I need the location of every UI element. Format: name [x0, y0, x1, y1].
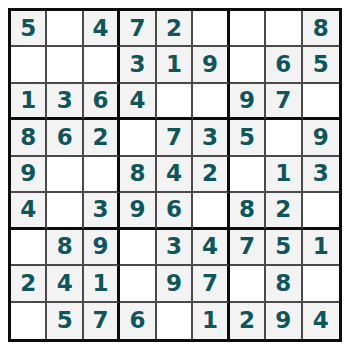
sudoku-cell-r6c9[interactable] [303, 193, 339, 229]
sudoku-cell-r8c9[interactable] [303, 266, 339, 302]
sudoku-cell-r2c9[interactable]: 5 [303, 47, 339, 83]
sudoku-cell-r7c7[interactable]: 7 [230, 230, 266, 266]
sudoku-cell-r6c2[interactable] [47, 193, 83, 229]
sudoku-cell-r2c5[interactable]: 1 [157, 47, 193, 83]
sudoku-cell-r9c2[interactable]: 5 [47, 303, 83, 339]
sudoku-cell-r9c6[interactable]: 1 [193, 303, 229, 339]
sudoku-cell-r2c3[interactable] [84, 47, 120, 83]
sudoku-cell-r3c1[interactable]: 1 [11, 84, 47, 120]
sudoku-cell-r9c4[interactable]: 6 [120, 303, 156, 339]
sudoku-cell-r1c9[interactable]: 8 [303, 11, 339, 47]
sudoku-cell-r9c5[interactable] [157, 303, 193, 339]
sudoku-cell-r3c7[interactable]: 9 [230, 84, 266, 120]
sudoku-cell-r5c4[interactable]: 8 [120, 157, 156, 193]
sudoku-cell-r7c1[interactable] [11, 230, 47, 266]
sudoku-cell-r9c7[interactable]: 2 [230, 303, 266, 339]
sudoku-cell-r5c7[interactable] [230, 157, 266, 193]
sudoku-cell-r4c9[interactable]: 9 [303, 120, 339, 156]
sudoku-cell-r4c1[interactable]: 8 [11, 120, 47, 156]
sudoku-page: 5472831965136497862735998421343968289347… [0, 0, 350, 350]
sudoku-cell-r1c5[interactable]: 2 [157, 11, 193, 47]
sudoku-cell-r1c6[interactable] [193, 11, 229, 47]
sudoku-cell-r4c6[interactable]: 3 [193, 120, 229, 156]
sudoku-cell-r7c8[interactable]: 5 [266, 230, 302, 266]
sudoku-cell-r9c1[interactable] [11, 303, 47, 339]
sudoku-cell-r2c2[interactable] [47, 47, 83, 83]
sudoku-cell-r7c2[interactable]: 8 [47, 230, 83, 266]
sudoku-cell-r7c9[interactable]: 1 [303, 230, 339, 266]
sudoku-cell-r1c7[interactable] [230, 11, 266, 47]
sudoku-cell-r9c9[interactable]: 4 [303, 303, 339, 339]
sudoku-cell-r2c4[interactable]: 3 [120, 47, 156, 83]
sudoku-cell-r6c5[interactable]: 6 [157, 193, 193, 229]
sudoku-cell-r4c2[interactable]: 6 [47, 120, 83, 156]
sudoku-cell-r9c8[interactable]: 9 [266, 303, 302, 339]
sudoku-cell-r4c8[interactable] [266, 120, 302, 156]
sudoku-cell-r6c7[interactable]: 8 [230, 193, 266, 229]
sudoku-cell-r5c2[interactable] [47, 157, 83, 193]
sudoku-cell-r1c2[interactable] [47, 11, 83, 47]
sudoku-cell-r7c6[interactable]: 4 [193, 230, 229, 266]
sudoku-cell-r5c8[interactable]: 1 [266, 157, 302, 193]
sudoku-cell-r7c4[interactable] [120, 230, 156, 266]
sudoku-cell-r1c3[interactable]: 4 [84, 11, 120, 47]
sudoku-cell-r6c3[interactable]: 3 [84, 193, 120, 229]
sudoku-cell-r4c5[interactable]: 7 [157, 120, 193, 156]
sudoku-cell-r2c8[interactable]: 6 [266, 47, 302, 83]
sudoku-cell-r8c4[interactable] [120, 266, 156, 302]
sudoku-cell-r5c1[interactable]: 9 [11, 157, 47, 193]
sudoku-cell-r5c5[interactable]: 4 [157, 157, 193, 193]
sudoku-cell-r8c7[interactable] [230, 266, 266, 302]
sudoku-cell-r3c4[interactable]: 4 [120, 84, 156, 120]
sudoku-cell-r6c1[interactable]: 4 [11, 193, 47, 229]
sudoku-cell-r4c7[interactable]: 5 [230, 120, 266, 156]
sudoku-cell-r8c8[interactable]: 8 [266, 266, 302, 302]
sudoku-cell-r1c8[interactable] [266, 11, 302, 47]
sudoku-cell-r8c2[interactable]: 4 [47, 266, 83, 302]
sudoku-cell-r4c3[interactable]: 2 [84, 120, 120, 156]
sudoku-cell-r1c1[interactable]: 5 [11, 11, 47, 47]
sudoku-cell-r8c6[interactable]: 7 [193, 266, 229, 302]
sudoku-cell-r7c5[interactable]: 3 [157, 230, 193, 266]
sudoku-cell-r8c1[interactable]: 2 [11, 266, 47, 302]
sudoku-cell-r3c8[interactable]: 7 [266, 84, 302, 120]
sudoku-cell-r2c1[interactable] [11, 47, 47, 83]
sudoku-board: 5472831965136497862735998421343968289347… [8, 8, 342, 342]
sudoku-cell-r6c6[interactable] [193, 193, 229, 229]
sudoku-cell-r3c5[interactable] [157, 84, 193, 120]
sudoku-cell-r3c9[interactable] [303, 84, 339, 120]
sudoku-cell-r6c8[interactable]: 2 [266, 193, 302, 229]
sudoku-cell-r7c3[interactable]: 9 [84, 230, 120, 266]
sudoku-cell-r3c2[interactable]: 3 [47, 84, 83, 120]
sudoku-cell-r5c9[interactable]: 3 [303, 157, 339, 193]
sudoku-cell-r5c3[interactable] [84, 157, 120, 193]
sudoku-cell-r4c4[interactable] [120, 120, 156, 156]
sudoku-cell-r2c7[interactable] [230, 47, 266, 83]
sudoku-cell-r3c3[interactable]: 6 [84, 84, 120, 120]
sudoku-cell-r8c3[interactable]: 1 [84, 266, 120, 302]
sudoku-cell-r6c4[interactable]: 9 [120, 193, 156, 229]
sudoku-cell-r9c3[interactable]: 7 [84, 303, 120, 339]
sudoku-cell-r2c6[interactable]: 9 [193, 47, 229, 83]
sudoku-cell-r3c6[interactable] [193, 84, 229, 120]
sudoku-cell-r8c5[interactable]: 9 [157, 266, 193, 302]
sudoku-cell-r5c6[interactable]: 2 [193, 157, 229, 193]
sudoku-cell-r1c4[interactable]: 7 [120, 11, 156, 47]
